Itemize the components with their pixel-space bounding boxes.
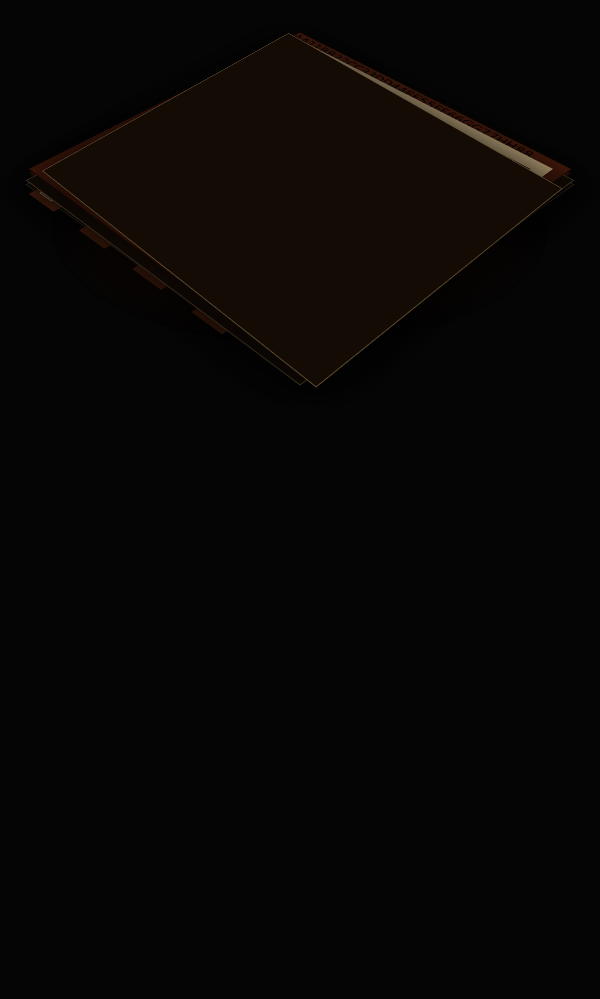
checker-ring — [289, 25, 561, 178]
backgammon-point-2 — [289, 25, 561, 178]
backgammon-field-right — [289, 25, 561, 178]
checker-ring — [289, 25, 561, 178]
peg-hole — [289, 25, 561, 178]
peg-hole — [289, 25, 561, 178]
checker-ring — [289, 25, 561, 178]
backgammon-checker-light — [289, 25, 561, 178]
peg-hole — [289, 25, 561, 178]
peg-hole — [289, 25, 561, 178]
backgammon-point-5 — [289, 25, 561, 178]
rail-checker-dark — [289, 25, 561, 178]
peg-hole — [289, 25, 561, 178]
backgammon-checker-light — [289, 25, 561, 178]
product-photo-3in1-game-set: { "product": { "description": "Folding w… — [0, 0, 600, 999]
checker-ring — [289, 25, 561, 178]
backgammon-checker-light — [289, 25, 561, 178]
checker-ring — [289, 25, 561, 178]
backgammon-point-23 — [289, 25, 561, 178]
backgammon-checker-dark — [289, 25, 561, 178]
backgammon-checker-light — [289, 25, 561, 178]
peg-hole — [289, 25, 561, 178]
backgammon-scene — [0, 0, 600, 333]
peg-hole — [289, 25, 561, 178]
backgammon-point-16 — [289, 25, 561, 178]
backgammon-point-14 — [289, 25, 561, 178]
backgammon-checker-dark — [289, 25, 561, 178]
backgammon-point-7 — [289, 25, 561, 178]
peg-hole — [289, 25, 561, 178]
brass-clasp — [289, 25, 561, 178]
backgammon-point-12 — [289, 25, 561, 178]
checker-ring — [289, 25, 561, 178]
backgammon-point-24 — [289, 25, 561, 178]
rail-checker-light — [289, 25, 561, 178]
die-pip — [329, 8, 516, 201]
backgammon-board — [44, 25, 560, 372]
backgammon-point-4 — [289, 25, 561, 178]
backgammon-point-21 — [289, 25, 561, 178]
peg-hole — [289, 25, 561, 178]
backgammon-checker-dark — [289, 25, 561, 178]
brass-clasp — [289, 25, 561, 178]
backgammon-point-18 — [289, 25, 561, 178]
brass-hinge — [289, 25, 561, 178]
checker-ring — [289, 25, 561, 178]
backgammon-checker-light — [289, 25, 561, 178]
backgammon-checker-dark — [289, 25, 561, 178]
backgammon-checker-light — [289, 25, 561, 178]
rail-checker-light — [289, 25, 561, 178]
checker-ring — [289, 25, 561, 178]
backgammon-point-3 — [289, 25, 561, 178]
peg-hole — [289, 25, 561, 178]
backgammon-point-13 — [289, 25, 561, 178]
die-pip — [410, 0, 418, 216]
backgammon-field-left — [289, 25, 561, 178]
die-pip — [410, 0, 418, 216]
peg-hole — [289, 25, 561, 178]
backgammon-point-9 — [289, 25, 561, 178]
checker-ring — [289, 25, 561, 178]
backgammon-point-8 — [289, 25, 561, 178]
peg-hole — [289, 25, 561, 178]
checker-ring — [289, 25, 561, 178]
peg-hole — [289, 25, 561, 178]
checker-ring — [289, 25, 561, 178]
backgammon-point-22 — [289, 25, 561, 178]
backgammon-checker-light — [289, 25, 561, 178]
peg-hole — [289, 25, 561, 178]
die-pip — [329, 8, 516, 201]
backgammon-point-15 — [289, 25, 561, 178]
checker-ring — [289, 25, 561, 178]
peg-hole — [289, 25, 561, 178]
peg-hole — [289, 25, 561, 178]
peg-hole — [289, 25, 561, 178]
checker-ring — [289, 25, 561, 178]
peg-hole — [289, 25, 561, 178]
checker-ring — [289, 25, 561, 178]
checker-ring — [289, 25, 561, 178]
peg-hole — [289, 25, 561, 178]
backgammon-checker-dark — [289, 25, 561, 178]
checker-ring — [289, 25, 561, 178]
backgammon-checker-dark — [289, 25, 561, 178]
backgammon-point-20 — [289, 25, 561, 178]
peg-hole — [289, 25, 561, 178]
rail-checker-dark — [289, 25, 561, 178]
peg-hole — [289, 25, 561, 178]
peg-hole — [289, 25, 561, 178]
peg-hole — [289, 25, 561, 178]
checker-ring — [289, 25, 561, 178]
backgammon-checker-light — [289, 25, 561, 178]
brass-hinge — [289, 25, 561, 178]
backgammon-checker-dark — [289, 25, 561, 178]
checker-ring — [289, 25, 561, 178]
checker-ring — [289, 25, 561, 178]
backgammon-point-19 — [289, 25, 561, 178]
die-1 — [329, 8, 516, 201]
backgammon-point-1 — [289, 25, 561, 178]
backgammon-checker-light — [289, 25, 561, 178]
backgammon-checker-light — [289, 25, 561, 178]
backgammon-board-section — [0, 0, 600, 333]
backgammon-checker-dark — [289, 25, 561, 178]
centre-bar — [289, 25, 561, 178]
backgammon-checker-dark — [289, 25, 561, 178]
backgammon-checker-dark — [289, 25, 561, 178]
checker-ring — [289, 25, 561, 178]
checker-ring — [289, 25, 561, 178]
backgammon-checker-dark — [289, 25, 561, 178]
peg-hole — [289, 25, 561, 178]
checker-ring — [289, 25, 561, 178]
checker-ring — [289, 25, 561, 178]
rail-checker-light — [289, 25, 561, 178]
checker-ring — [289, 25, 561, 178]
checker-ring — [289, 25, 561, 178]
checker-ring — [289, 25, 561, 178]
backgammon-point-6 — [289, 25, 561, 178]
backgammon-point-17 — [289, 25, 561, 178]
checker-ring — [289, 25, 561, 178]
rail-checker-dark — [289, 25, 561, 178]
backgammon-point-10 — [289, 25, 561, 178]
backgammon-checker-light — [289, 25, 561, 178]
checker-ring — [289, 25, 561, 178]
backgammon-checker-light — [289, 25, 561, 178]
checker-ring — [289, 25, 561, 178]
checker-ring — [289, 25, 561, 178]
die-pip — [329, 8, 516, 201]
backgammon-checker-dark — [289, 25, 561, 178]
backgammon-box — [289, 25, 561, 178]
die-2 — [410, 0, 418, 216]
backgammon-point-11 — [289, 25, 561, 178]
